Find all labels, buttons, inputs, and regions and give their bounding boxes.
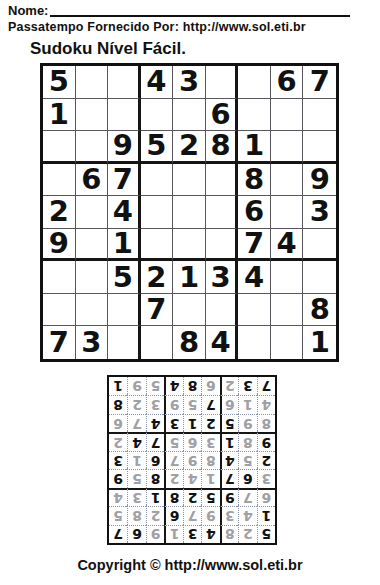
solution-cell-r2c4: 9 (201, 506, 219, 524)
solution-cell-r7c9: 6 (109, 414, 127, 432)
sudoku-puzzle-grid: 543671695281678924639174521347873841 (40, 63, 339, 362)
puzzle-cell-r2c9[interactable] (303, 99, 336, 132)
solution-cell-r8c4: 7 (201, 395, 219, 413)
puzzle-cell-r4c3[interactable]: 7 (108, 164, 141, 197)
solution-cell-r6c3: 1 (220, 432, 238, 450)
puzzle-cell-r8c3[interactable] (108, 294, 141, 327)
solution-cell-r5c4: 8 (201, 451, 219, 469)
solution-cell-r8c8: 2 (127, 395, 145, 413)
puzzle-cell-r6c2[interactable] (76, 229, 109, 262)
puzzle-cell-r6c4[interactable] (141, 229, 174, 262)
puzzle-cell-r2c5[interactable] (173, 99, 206, 132)
solution-cell-r6c6: 5 (164, 432, 182, 450)
solution-cell-r5c8: 1 (127, 451, 145, 469)
puzzle-cell-r5c8[interactable] (271, 196, 304, 229)
puzzle-cell-r2c8[interactable] (271, 99, 304, 132)
name-fill-line (50, 13, 350, 17)
puzzle-cell-r4c9[interactable]: 9 (303, 164, 336, 197)
solution-cell-r4c8: 5 (127, 469, 145, 487)
solution-cell-r2c3: 3 (220, 506, 238, 524)
puzzle-cell-r3c6[interactable]: 8 (206, 131, 239, 164)
puzzle-cell-r9c3[interactable] (108, 326, 141, 359)
solution-cell-r9c2: 3 (238, 377, 256, 395)
puzzle-cell-r3c8[interactable] (271, 131, 304, 164)
solution-cell-r9c3: 2 (220, 377, 238, 395)
solution-cell-r1c4: 4 (201, 525, 219, 543)
puzzle-cell-r4c5[interactable] (173, 164, 206, 197)
puzzle-cell-r7c2[interactable] (76, 261, 109, 294)
solution-cell-r3c6: 8 (164, 488, 182, 506)
puzzle-cell-r1c8[interactable]: 6 (271, 66, 304, 99)
puzzle-cell-r4c8[interactable] (271, 164, 304, 197)
puzzle-cell-r6c6[interactable] (206, 229, 239, 262)
solution-cell-r6c1: 9 (257, 432, 275, 450)
puzzle-cell-r9c9[interactable]: 1 (303, 326, 336, 359)
solution-cell-r5c1: 2 (257, 451, 275, 469)
name-row: Nome: (8, 3, 350, 18)
puzzle-cell-r7c1[interactable] (43, 261, 76, 294)
solution-cell-r1c2: 2 (238, 525, 256, 543)
solution-cell-r1c6: 1 (164, 525, 182, 543)
puzzle-cell-r6c1[interactable]: 9 (43, 229, 76, 262)
puzzle-cell-r9c7[interactable] (238, 326, 271, 359)
solution-cell-r3c3: 9 (220, 488, 238, 506)
puzzle-cell-r8c5[interactable] (173, 294, 206, 327)
solution-cell-r8c3: 6 (220, 395, 238, 413)
solution-cell-r8c6: 9 (164, 395, 182, 413)
solution-cell-r4c2: 6 (238, 469, 256, 487)
puzzle-cell-r5c9[interactable]: 3 (303, 196, 336, 229)
puzzle-cell-r7c5[interactable]: 1 (173, 261, 206, 294)
puzzle-cell-r1c9[interactable]: 7 (303, 66, 336, 99)
puzzle-cell-r8c7[interactable] (238, 294, 271, 327)
solution-cell-r5c2: 5 (238, 451, 256, 469)
puzzle-cell-r1c1[interactable]: 5 (43, 66, 76, 99)
solution-cell-r7c3: 5 (220, 414, 238, 432)
puzzle-cell-r7c8[interactable] (271, 261, 304, 294)
puzzle-cell-r3c9[interactable] (303, 131, 336, 164)
solution-cell-r8c9: 8 (109, 395, 127, 413)
solution-cell-r7c4: 2 (201, 414, 219, 432)
solution-cell-r1c1: 5 (257, 525, 275, 543)
puzzle-cell-r8c1[interactable] (43, 294, 76, 327)
solution-cell-r1c5: 3 (183, 525, 201, 543)
provider-line: Passatempo Fornecido Por: http://www.sol… (8, 20, 372, 35)
puzzle-cell-r1c3[interactable] (108, 66, 141, 99)
puzzle-cell-r5c2[interactable] (76, 196, 109, 229)
solution-cell-r7c2: 9 (238, 414, 256, 432)
solution-cell-r4c5: 4 (183, 469, 201, 487)
solution-cell-r2c7: 2 (146, 506, 164, 524)
solution-cell-r3c7: 1 (146, 488, 164, 506)
solution-cell-r1c7: 9 (146, 525, 164, 543)
puzzle-cell-r8c8[interactable] (271, 294, 304, 327)
solution-cell-r4c7: 8 (146, 469, 164, 487)
puzzle-cell-r7c4[interactable]: 2 (141, 261, 174, 294)
solution-cell-r6c8: 4 (127, 432, 145, 450)
puzzle-cell-r7c9[interactable] (303, 261, 336, 294)
puzzle-cell-r7c7[interactable]: 4 (238, 261, 271, 294)
solution-cell-r6c2: 8 (238, 432, 256, 450)
solution-cell-r5c6: 7 (164, 451, 182, 469)
solution-cell-r2c2: 4 (238, 506, 256, 524)
solution-cell-r8c2: 1 (238, 395, 256, 413)
solution-cell-r9c7: 5 (146, 377, 164, 395)
puzzle-cell-r8c9[interactable]: 8 (303, 294, 336, 327)
solution-cell-r6c7: 7 (146, 432, 164, 450)
worksheet-page: Nome: Passatempo Fornecido Por: http://w… (0, 0, 380, 574)
puzzle-cell-r4c7[interactable]: 8 (238, 164, 271, 197)
solution-cell-r3c8: 3 (127, 488, 145, 506)
puzzle-cell-r9c8[interactable] (271, 326, 304, 359)
solution-cell-r3c4: 5 (201, 488, 219, 506)
solution-cell-r8c1: 4 (257, 395, 275, 413)
puzzle-cell-r6c8[interactable]: 4 (271, 229, 304, 262)
puzzle-cell-r9c1[interactable]: 7 (43, 326, 76, 359)
puzzle-cell-r5c5[interactable] (173, 196, 206, 229)
copyright-line: Copyright © http://www.sol.eti.br (0, 557, 380, 574)
puzzle-cell-r2c3[interactable] (108, 99, 141, 132)
solution-cell-r3c5: 2 (183, 488, 201, 506)
solution-cell-r7c5: 1 (183, 414, 201, 432)
puzzle-cell-r8c4[interactable]: 7 (141, 294, 174, 327)
puzzle-cell-r6c7[interactable]: 7 (238, 229, 271, 262)
solution-cell-r2c6: 6 (164, 506, 182, 524)
puzzle-cell-r5c6[interactable] (206, 196, 239, 229)
puzzle-cell-r2c2[interactable] (76, 99, 109, 132)
solution-cell-r6c9: 2 (109, 432, 127, 450)
page-title: Sudoku Nível Fácil. (30, 39, 380, 58)
solution-cell-r7c1: 8 (257, 414, 275, 432)
solution-cell-r6c5: 6 (183, 432, 201, 450)
solution-cell-r7c8: 7 (127, 414, 145, 432)
puzzle-cell-r8c2[interactable] (76, 294, 109, 327)
puzzle-cell-r5c4[interactable] (141, 196, 174, 229)
puzzle-cell-r4c6[interactable] (206, 164, 239, 197)
solution-cell-r5c9: 3 (109, 451, 127, 469)
solution-cell-r2c8: 8 (127, 506, 145, 524)
puzzle-cell-r5c3[interactable]: 4 (108, 196, 141, 229)
solution-cell-r7c6: 3 (164, 414, 182, 432)
puzzle-cell-r2c1[interactable]: 1 (43, 99, 76, 132)
puzzle-cell-r3c4[interactable]: 5 (141, 131, 174, 164)
solution-cell-r5c3: 4 (220, 451, 238, 469)
puzzle-cell-r1c7[interactable] (238, 66, 271, 99)
name-label: Nome: (8, 3, 48, 18)
puzzle-cell-r9c4[interactable] (141, 326, 174, 359)
puzzle-cell-r6c3[interactable]: 1 (108, 229, 141, 262)
puzzle-cell-r9c6[interactable]: 4 (206, 326, 239, 359)
puzzle-cell-r3c7[interactable]: 1 (238, 131, 271, 164)
solution-cell-r5c7: 6 (146, 451, 164, 469)
solution-cell-r9c6: 4 (164, 377, 182, 395)
puzzle-cell-r8c6[interactable] (206, 294, 239, 327)
puzzle-cell-r3c1[interactable] (43, 131, 76, 164)
puzzle-cell-r3c3[interactable]: 9 (108, 131, 141, 164)
solution-cell-r8c5: 5 (183, 395, 201, 413)
solution-cell-r2c5: 7 (183, 506, 201, 524)
puzzle-cell-r2c7[interactable] (238, 99, 271, 132)
solution-cell-r4c9: 9 (109, 469, 127, 487)
puzzle-cell-r4c4[interactable] (141, 164, 174, 197)
puzzle-cell-r4c1[interactable] (43, 164, 76, 197)
solution-cell-r9c1: 7 (257, 377, 275, 395)
solution-cell-r4c4: 1 (201, 469, 219, 487)
puzzle-cell-r6c5[interactable] (173, 229, 206, 262)
puzzle-cell-r3c2[interactable] (76, 131, 109, 164)
puzzle-cell-r4c2[interactable]: 6 (76, 164, 109, 197)
solution-cell-r8c7: 3 (146, 395, 164, 413)
puzzle-cell-r2c6[interactable]: 6 (206, 99, 239, 132)
solution-cell-r1c9: 7 (109, 525, 127, 543)
solution-cell-r2c1: 1 (257, 506, 275, 524)
solution-cell-r9c4: 6 (201, 377, 219, 395)
solution-cell-r4c3: 7 (220, 469, 238, 487)
sudoku-solution-grid-rotated: 5284319671439762856795281343671428592548… (107, 375, 277, 545)
solution-cell-r7c7: 4 (146, 414, 164, 432)
solution-cell-r9c5: 8 (183, 377, 201, 395)
puzzle-cell-r1c4[interactable]: 4 (141, 66, 174, 99)
puzzle-cell-r9c2[interactable]: 3 (76, 326, 109, 359)
puzzle-cell-r6c9[interactable] (303, 229, 336, 262)
puzzle-cell-r7c6[interactable]: 3 (206, 261, 239, 294)
solution-cell-r3c2: 7 (238, 488, 256, 506)
solution-cell-r9c9: 1 (109, 377, 127, 395)
puzzle-cell-r2c4[interactable] (141, 99, 174, 132)
puzzle-cell-r1c2[interactable] (76, 66, 109, 99)
solution-cell-r9c8: 9 (127, 377, 145, 395)
solution-cell-r4c1: 3 (257, 469, 275, 487)
puzzle-cell-r1c6[interactable] (206, 66, 239, 99)
puzzle-cell-r1c5[interactable]: 3 (173, 66, 206, 99)
puzzle-cell-r7c3[interactable]: 5 (108, 261, 141, 294)
solution-cell-r1c8: 6 (127, 525, 145, 543)
puzzle-cell-r9c5[interactable]: 8 (173, 326, 206, 359)
solution-cell-r6c4: 3 (201, 432, 219, 450)
solution-cell-r1c3: 8 (220, 525, 238, 543)
solution-cell-r3c9: 4 (109, 488, 127, 506)
puzzle-cell-r5c1[interactable]: 2 (43, 196, 76, 229)
puzzle-cell-r3c5[interactable]: 2 (173, 131, 206, 164)
solution-cell-r3c1: 6 (257, 488, 275, 506)
puzzle-cell-r5c7[interactable]: 6 (238, 196, 271, 229)
solution-cell-r2c9: 5 (109, 506, 127, 524)
solution-cell-r4c6: 2 (164, 469, 182, 487)
solution-cell-r5c5: 9 (183, 451, 201, 469)
